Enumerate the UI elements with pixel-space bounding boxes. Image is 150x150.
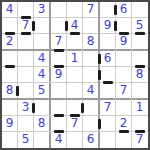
- consecutive-bar-v-r8c6: [98, 119, 101, 129]
- consecutive-bar-h-r3c4: [54, 49, 64, 52]
- cell-r3c6[interactable]: [83, 34, 98, 49]
- cell-r1c5[interactable]: [67, 2, 82, 17]
- cell-r7c4[interactable]: [51, 100, 66, 115]
- cell-r5c1[interactable]: [2, 67, 17, 82]
- cell-r2c4[interactable]: [51, 18, 66, 33]
- consecutive-bar-v-r7c2: [32, 103, 35, 113]
- cell-r9c1[interactable]: [2, 132, 17, 147]
- cell-r6c2[interactable]: [18, 83, 33, 98]
- cell-r1c3[interactable]: [34, 2, 49, 17]
- cell-r9c7[interactable]: [100, 132, 115, 147]
- cell-r3c9[interactable]: [132, 34, 147, 49]
- cell-r2c9[interactable]: [132, 18, 147, 33]
- cell-r5c3[interactable]: [34, 67, 49, 82]
- cell-r4c5[interactable]: [67, 51, 82, 66]
- cell-r3c1[interactable]: [2, 34, 17, 49]
- cell-r2c7[interactable]: [100, 18, 115, 33]
- cell-r6c3[interactable]: [34, 83, 49, 98]
- consecutive-bar-h-r8c4: [54, 130, 64, 133]
- cell-r6c5[interactable]: [67, 83, 82, 98]
- cell-r8c6[interactable]: [83, 116, 98, 131]
- consecutive-bar-v-r1c7: [114, 5, 117, 15]
- cell-r4c3[interactable]: [34, 51, 49, 66]
- cell-r9c3[interactable]: [34, 132, 49, 147]
- cell-r5c8[interactable]: [116, 67, 131, 82]
- cell-r1c6[interactable]: [83, 2, 98, 17]
- cell-r7c8[interactable]: [116, 100, 131, 115]
- consecutive-bar-h-r2c2: [21, 32, 31, 35]
- consecutive-bar-h-r2c1: [5, 32, 15, 35]
- cell-r5c2[interactable]: [18, 67, 33, 82]
- cell-r8c4[interactable]: [51, 116, 66, 131]
- consecutive-bar-v-r2c7: [114, 21, 117, 31]
- cell-r9c4[interactable]: [51, 132, 66, 147]
- cell-r9c8[interactable]: [116, 132, 131, 147]
- consecutive-bar-h-r5c7: [103, 81, 113, 84]
- cell-r2c8[interactable]: [116, 18, 131, 33]
- cell-r3c8[interactable]: [116, 34, 131, 49]
- cell-r8c5[interactable]: [67, 116, 82, 131]
- cell-r1c9[interactable]: [132, 2, 147, 17]
- consecutive-bar-h-r8c8: [119, 130, 129, 133]
- cell-r1c2[interactable]: [18, 2, 33, 17]
- cell-r1c1[interactable]: [2, 2, 17, 17]
- cell-r7c3[interactable]: [34, 100, 49, 115]
- cell-r2c5[interactable]: [67, 18, 82, 33]
- cell-r2c6[interactable]: [83, 18, 98, 33]
- cell-r5c9[interactable]: [132, 67, 147, 82]
- cell-r3c7[interactable]: [100, 34, 115, 49]
- cell-r4c7[interactable]: [100, 51, 115, 66]
- consecutive-bar-v-r2c4: [65, 21, 68, 31]
- consecutive-bar-h-r2c5: [70, 32, 80, 35]
- cell-r6c8[interactable]: [116, 83, 131, 98]
- cell-r9c2[interactable]: [18, 132, 33, 147]
- consecutive-bar-h-r4c4: [54, 65, 64, 68]
- consecutive-bar-v-r5c6: [98, 70, 101, 80]
- cell-r2c1[interactable]: [2, 18, 17, 33]
- cell-r3c4[interactable]: [51, 34, 66, 49]
- cell-r6c4[interactable]: [51, 83, 66, 98]
- cell-r1c7[interactable]: [100, 2, 115, 17]
- cell-r6c7[interactable]: [100, 83, 115, 98]
- cell-r1c4[interactable]: [51, 2, 66, 17]
- cell-r2c3[interactable]: [34, 18, 49, 33]
- cell-r6c1[interactable]: [2, 83, 17, 98]
- cell-r3c2[interactable]: [18, 34, 33, 49]
- consecutive-bar-h-r1c2: [21, 16, 31, 19]
- cell-r8c9[interactable]: [132, 116, 147, 131]
- consecutive-bar-h-r2c9: [135, 32, 145, 35]
- cell-r5c6[interactable]: [83, 67, 98, 82]
- cell-r6c6[interactable]: [83, 83, 98, 98]
- cell-r5c7[interactable]: [100, 67, 115, 82]
- consecutive-bar-v-r2c2: [32, 21, 35, 31]
- consecutive-bar-v-r4c6: [98, 54, 101, 64]
- cell-r4c4[interactable]: [51, 51, 66, 66]
- consecutive-bar-h-r2c8: [119, 32, 129, 35]
- cell-r4c8[interactable]: [116, 51, 131, 66]
- cell-r3c3[interactable]: [34, 34, 49, 49]
- consecutive-bar-h-r7c4: [54, 114, 64, 117]
- cell-r7c7[interactable]: [100, 100, 115, 115]
- cell-r8c8[interactable]: [116, 116, 131, 131]
- cell-r7c5[interactable]: [67, 100, 82, 115]
- cell-r4c9[interactable]: [132, 51, 147, 66]
- cell-r8c1[interactable]: [2, 116, 17, 131]
- cell-r8c7[interactable]: [100, 116, 115, 131]
- cell-r9c9[interactable]: [132, 132, 147, 147]
- cell-r7c9[interactable]: [132, 100, 147, 115]
- consecutive-bar-v-r7c5: [81, 103, 84, 113]
- cell-r8c2[interactable]: [18, 116, 33, 131]
- cell-r2c2[interactable]: [18, 18, 33, 33]
- consecutive-bar-h-r7c5: [70, 114, 80, 117]
- sudoku-board: 437674952789416498854737198725467: [0, 0, 150, 150]
- cell-r7c2[interactable]: [18, 100, 33, 115]
- cell-r3c5[interactable]: [67, 34, 82, 49]
- cell-r7c1[interactable]: [2, 100, 17, 115]
- cell-r1c8[interactable]: [116, 2, 131, 17]
- consecutive-bar-h-r4c1: [5, 65, 15, 68]
- consecutive-bar-h-r4c9: [135, 65, 145, 68]
- cell-r9c5[interactable]: [67, 132, 82, 147]
- cell-r9c6[interactable]: [83, 132, 98, 147]
- cell-r7c6[interactable]: [83, 100, 98, 115]
- cell-r4c6[interactable]: [83, 51, 98, 66]
- cell-r5c4[interactable]: [51, 67, 66, 82]
- cell-r4c1[interactable]: [2, 51, 17, 66]
- cell-r4c2[interactable]: [18, 51, 33, 66]
- cell-r5c5[interactable]: [67, 67, 82, 82]
- consecutive-bar-v-r6c1: [16, 86, 19, 96]
- cell-r8c3[interactable]: [34, 116, 49, 131]
- cell-r6c9[interactable]: [132, 83, 147, 98]
- consecutive-bar-h-r8c9: [135, 130, 145, 133]
